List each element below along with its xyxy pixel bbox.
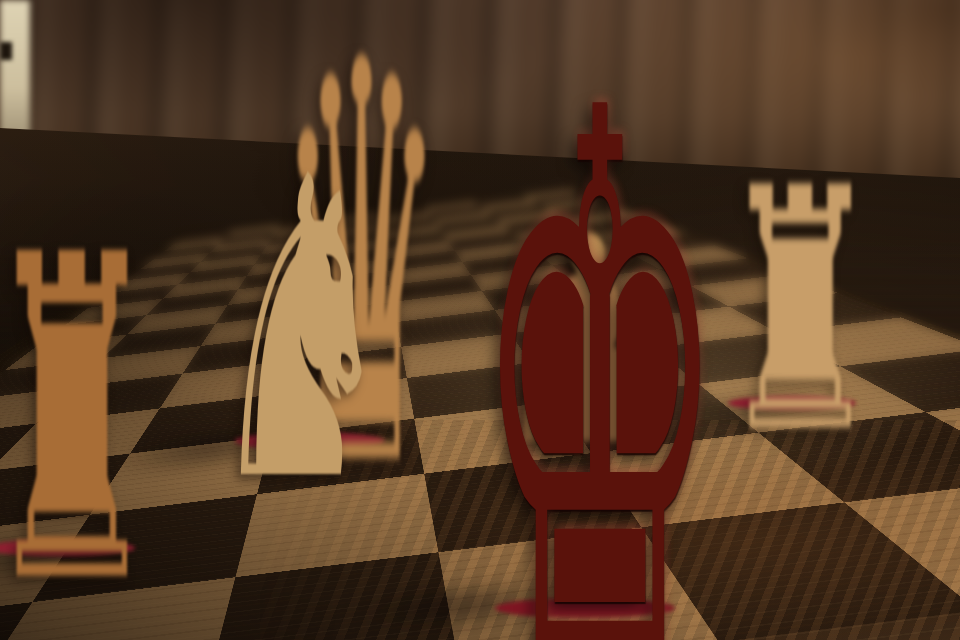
- black-king[interactable]: ♚: [472, 16, 700, 640]
- white-rook-queenside[interactable]: ♜: [0, 198, 141, 640]
- king-glyph: ♚: [472, 16, 700, 640]
- rook-glyph: ♜: [0, 198, 141, 640]
- white-rook-kingside[interactable]: ♜: [719, 145, 863, 479]
- rook-glyph: ♜: [719, 145, 863, 479]
- white-knight[interactable]: ♞: [227, 124, 396, 538]
- chess-photo-scene: ♛ ♟ ♜ ♜ ♞ ♚: [0, 0, 960, 640]
- knight-glyph: ♞: [227, 124, 396, 538]
- wall-notch: [0, 42, 12, 60]
